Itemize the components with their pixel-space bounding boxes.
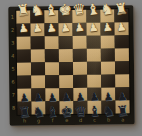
square[interactable]: ♚ [59,101,73,114]
chess-piece-bP[interactable]: ♟ [117,90,128,102]
chess-piece-bR[interactable]: ♜ [18,104,32,119]
square[interactable] [59,36,73,49]
square[interactable]: ♟ [16,23,30,36]
square[interactable] [87,62,101,75]
chess-piece-wP[interactable]: ♟ [32,22,43,34]
chess-piece-wP[interactable]: ♟ [102,21,113,33]
rank-label: 3 [9,37,17,50]
square[interactable]: ♝ [87,101,101,114]
rank-label: 4 [9,50,17,63]
square[interactable] [101,48,115,61]
chess-piece-bP[interactable]: ♟ [61,91,72,103]
square[interactable] [115,35,129,48]
square[interactable]: ♟ [86,23,100,36]
square[interactable] [73,49,87,62]
square[interactable]: ♟ [72,23,86,36]
chess-piece-wP[interactable]: ♟ [18,22,29,34]
square[interactable] [17,36,31,49]
chess-piece-wP[interactable]: ♟ [60,21,71,33]
square[interactable]: ♟ [44,23,58,36]
chess-piece-bN[interactable]: ♞ [32,104,46,119]
square[interactable]: ♟ [114,22,128,35]
square[interactable]: ♟ [30,23,44,36]
square[interactable] [31,75,45,88]
square[interactable] [87,75,101,88]
square[interactable] [45,62,59,75]
rank-label: 7 [9,89,17,102]
square[interactable] [115,74,129,87]
chess-piece-bR[interactable]: ♜ [115,103,129,118]
square[interactable] [17,75,31,88]
rank-label: 1 [8,11,16,24]
chess-piece-bQ[interactable]: ♛ [73,103,87,118]
square[interactable]: ♟ [73,88,87,101]
square[interactable]: ♟ [101,87,115,100]
square[interactable] [31,49,45,62]
chess-piece-bB[interactable]: ♝ [46,103,60,118]
chess-piece-wR[interactable]: ♜ [114,1,130,18]
board-grid[interactable]: ♜♞♝♚♛♝♞♜♟♟♟♟♟♟♟♟♟♟♟♟♟♟♟♟♜♞♝♚♛♝♞♜ [16,9,129,114]
chess-piece-wP[interactable]: ♟ [116,21,127,33]
square[interactable] [73,36,87,49]
square[interactable]: ♟ [58,23,72,36]
rank-label: 8 [9,102,17,115]
square[interactable]: ♟ [87,88,101,101]
square[interactable] [45,36,59,49]
square[interactable]: ♟ [59,88,73,101]
rank-label: 6 [9,76,17,89]
rank-label: 5 [9,63,17,76]
chess-piece-bN[interactable]: ♞ [101,103,115,118]
square[interactable] [45,75,59,88]
square[interactable] [17,49,31,62]
chess-piece-bP[interactable]: ♟ [89,91,100,103]
square[interactable]: ♟ [100,22,114,35]
square[interactable] [31,62,45,75]
square[interactable]: ♟ [45,88,59,101]
chess-piece-bK[interactable]: ♚ [59,103,73,118]
square[interactable] [45,49,59,62]
square[interactable] [31,36,45,49]
rank-label: 2 [8,24,16,37]
chess-piece-wP[interactable]: ♟ [46,21,57,33]
chess-piece-bP[interactable]: ♟ [19,92,30,104]
square[interactable]: ♝ [45,101,59,114]
chess-piece-bP[interactable]: ♟ [47,91,58,103]
chess-piece-bP[interactable]: ♟ [103,91,114,103]
square[interactable] [87,36,101,49]
chess-piece-bB[interactable]: ♝ [87,103,101,118]
square[interactable]: ♞ [101,100,115,113]
square[interactable] [87,49,101,62]
square[interactable]: ♟ [115,87,129,100]
square[interactable] [101,74,115,87]
chess-piece-wP[interactable]: ♟ [74,21,85,33]
chess-piece-bP[interactable]: ♟ [33,91,44,103]
square[interactable]: ♞ [31,101,45,114]
square[interactable] [115,61,129,74]
chess-board: 12345678 hgfedcba ♜♞♝♚♛♝♞♜♟♟♟♟♟♟♟♟♟♟♟♟♟♟… [8,5,134,126]
square[interactable] [73,75,87,88]
square[interactable] [59,62,73,75]
square[interactable]: ♜ [115,100,129,113]
square[interactable]: ♟ [31,88,45,101]
square[interactable] [59,49,73,62]
chess-piece-bP[interactable]: ♟ [75,91,86,103]
photo-scene: 12345678 hgfedcba ♜♞♝♚♛♝♞♜♟♟♟♟♟♟♟♟♟♟♟♟♟♟… [0,0,142,136]
square[interactable]: ♟ [17,88,31,101]
square[interactable]: ♛ [73,101,87,114]
square[interactable] [101,35,115,48]
square[interactable] [73,62,87,75]
square[interactable]: ♜ [17,101,31,114]
square[interactable] [59,75,73,88]
square[interactable] [115,48,129,61]
square[interactable] [101,61,115,74]
square[interactable] [17,62,31,75]
chess-piece-wP[interactable]: ♟ [88,21,99,33]
